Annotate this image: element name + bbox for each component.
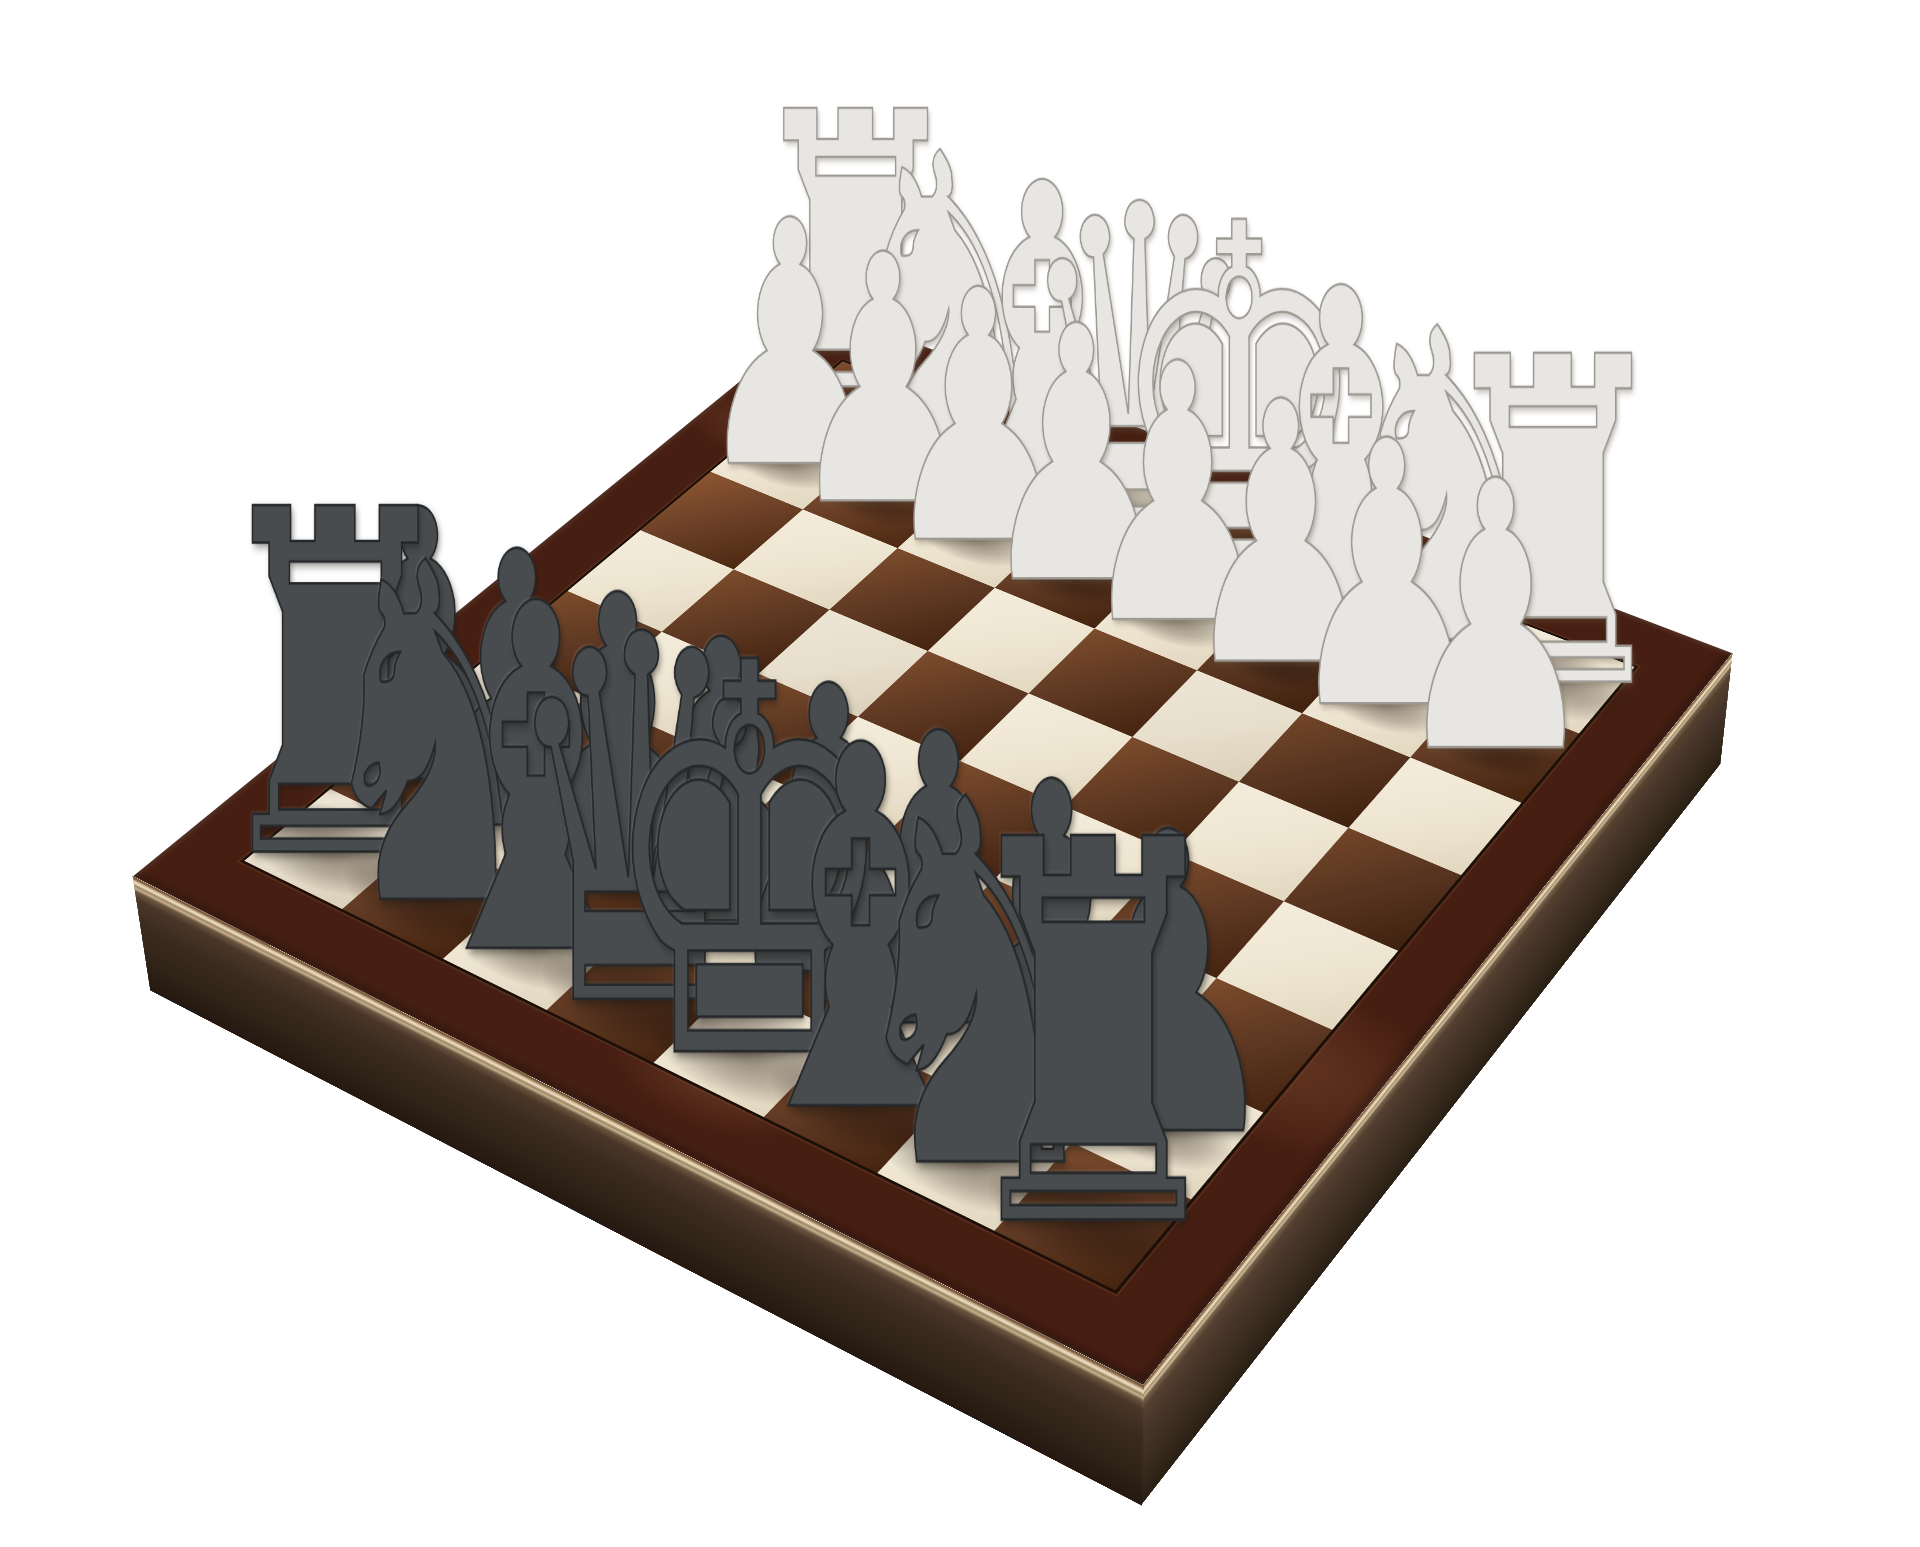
chess-board: ♜♞♝♛♚♝♞♜♟♟♟♟♟♟♟♟♟♟♟♟♟♟♟♟♜♞♝♛♚♝♞♜ — [133, 309, 1732, 1384]
scene: ♜♞♝♛♚♝♞♜♟♟♟♟♟♟♟♟♟♟♟♟♟♟♟♟♜♞♝♛♚♝♞♜ — [0, 0, 1920, 1547]
product-photo-stage: ♜♞♝♛♚♝♞♜♟♟♟♟♟♟♟♟♟♟♟♟♟♟♟♟♜♞♝♛♚♝♞♜ — [0, 0, 1920, 1547]
